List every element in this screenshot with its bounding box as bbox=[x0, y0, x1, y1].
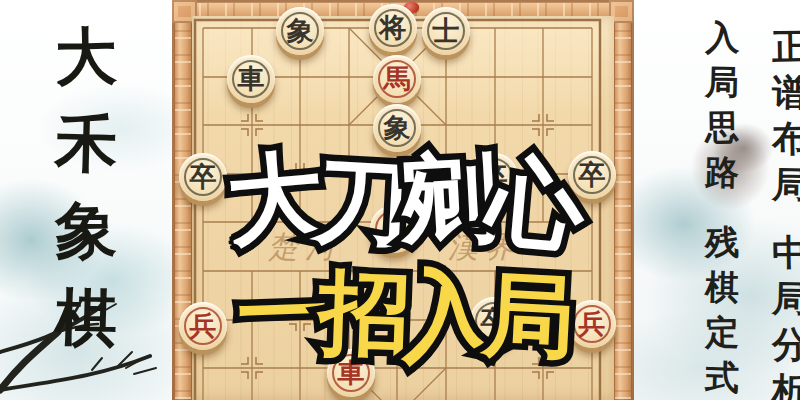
brand-char: 禾 bbox=[54, 112, 118, 176]
piece-glyph: 象 bbox=[276, 7, 324, 55]
calligraphy-char: 路 bbox=[705, 155, 740, 190]
calligraphy-char: 谱 bbox=[772, 74, 800, 111]
piece-black-general[interactable]: 将 bbox=[369, 4, 417, 52]
calligraphy-char: 正 bbox=[772, 28, 800, 65]
piece-red-horse[interactable]: 馬 bbox=[373, 55, 421, 103]
overlay-title-line2: 一一 招招 入入 局局 bbox=[196, 260, 616, 368]
left-panel: 大 禾 象 棋 bbox=[0, 0, 172, 400]
overlay-char: 局局 bbox=[480, 263, 577, 372]
thumbnail-canvas: 大 禾 象 棋 入 局 思 路 残 棋 定 式 正 谱 布 局 中 局 分 析 bbox=[0, 0, 800, 400]
calligraphy-char: 棋 bbox=[705, 270, 740, 305]
brand-char: 大 bbox=[54, 25, 117, 88]
calligraphy-char: 局 bbox=[772, 280, 800, 317]
calligraphy-char: 局 bbox=[705, 65, 740, 100]
calligraphy-char: 局 bbox=[772, 166, 800, 203]
piece-glyph: 馬 bbox=[373, 55, 421, 103]
brand-title: 大 禾 象 棋 bbox=[28, 26, 144, 349]
calligraphy-char: 定 bbox=[705, 315, 740, 350]
calligraphy-char: 中 bbox=[772, 234, 800, 271]
calligraphy-column-outer: 正 谱 布 局 中 局 分 析 bbox=[768, 28, 800, 400]
calligraphy-char: 布 bbox=[772, 120, 800, 157]
calligraphy-char: 析 bbox=[772, 372, 800, 400]
piece-black-chariot[interactable]: 車 bbox=[227, 55, 275, 103]
piece-black-advisor[interactable]: 士 bbox=[422, 7, 470, 55]
brand-char: 象 bbox=[54, 199, 117, 262]
overlay-char: 一一 bbox=[235, 260, 331, 367]
calligraphy-char: 入 bbox=[705, 20, 740, 55]
calligraphy-column-inner: 入 局 思 路 残 棋 定 式 bbox=[700, 20, 744, 394]
calligraphy-char: 思 bbox=[705, 110, 740, 145]
calligraphy-char: 分 bbox=[772, 326, 800, 363]
piece-black-elephant[interactable]: 象 bbox=[276, 7, 324, 55]
overlay-char: 心心 bbox=[483, 145, 589, 263]
piece-glyph: 士 bbox=[422, 7, 470, 55]
calligraphy-char: 残 bbox=[705, 225, 740, 260]
calligraphy-char: 式 bbox=[705, 360, 740, 395]
overlay-title-line1: 大大 刀刀 剜剜 心心 bbox=[196, 140, 616, 258]
brand-char: 棋 bbox=[54, 286, 118, 350]
piece-glyph: 車 bbox=[227, 55, 275, 103]
piece-glyph: 将 bbox=[369, 4, 417, 52]
